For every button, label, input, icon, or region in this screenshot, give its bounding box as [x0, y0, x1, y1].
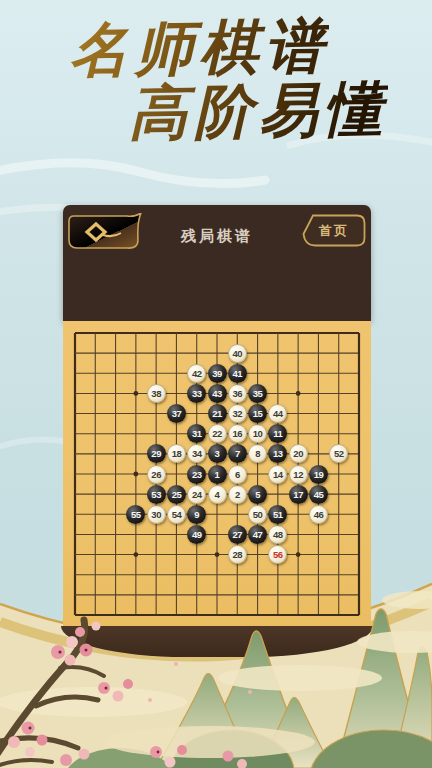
stone-38: 38: [147, 384, 166, 403]
stone-40: 40: [228, 344, 247, 363]
stone-36: 36: [228, 384, 247, 403]
stone-7: 7: [228, 444, 247, 463]
stone-30: 30: [147, 505, 166, 524]
board-base: [61, 626, 373, 657]
stone-3: 3: [208, 444, 227, 463]
stone-21: 21: [208, 404, 227, 423]
stone-2: 2: [228, 485, 247, 504]
stone-4: 4: [208, 485, 227, 504]
stone-39: 39: [208, 364, 227, 383]
stone-5: 5: [248, 485, 267, 504]
stone-42: 42: [187, 364, 206, 383]
stone-53: 53: [147, 485, 166, 504]
stone-37: 37: [167, 404, 186, 423]
stone-17: 17: [289, 485, 308, 504]
stone-54: 54: [167, 505, 186, 524]
stone-16: 16: [228, 424, 247, 443]
stone-47: 47: [248, 525, 267, 544]
stone-43: 43: [208, 384, 227, 403]
stone-27: 27: [228, 525, 247, 544]
stone-29: 29: [147, 444, 166, 463]
stone-50: 50: [248, 505, 267, 524]
stone-28: 28: [228, 545, 247, 564]
app-screen: 名师棋谱 高阶易懂: [0, 0, 432, 768]
card-header: 残局棋谱 首页: [63, 205, 371, 321]
stone-24: 24: [187, 485, 206, 504]
stone-19: 19: [309, 465, 328, 484]
stone-55: 55: [126, 505, 145, 524]
hero-title-line2: 高阶易懂: [128, 77, 389, 145]
stone-1: 1: [208, 465, 227, 484]
stone-6: 6: [228, 465, 247, 484]
home-button-label: 首页: [302, 214, 366, 247]
stone-12: 12: [289, 465, 308, 484]
stone-23: 23: [187, 465, 206, 484]
stone-46: 46: [309, 505, 328, 524]
hero-title-line1: 名师棋谱: [69, 14, 330, 82]
stone-49: 49: [187, 525, 206, 544]
stone-15: 15: [248, 404, 267, 423]
stone-9: 9: [187, 505, 206, 524]
stone-33: 33: [187, 384, 206, 403]
stone-41: 41: [228, 364, 247, 383]
hero-title: 名师棋谱 高阶易懂: [0, 12, 432, 147]
home-button[interactable]: 首页: [302, 214, 366, 247]
stone-25: 25: [167, 485, 186, 504]
stone-32: 32: [228, 404, 247, 423]
stone-14: 14: [268, 465, 287, 484]
stone-20: 20: [289, 444, 308, 463]
gomoku-board[interactable]: 1234567891011121314151617181920212223242…: [63, 321, 371, 627]
stone-26: 26: [147, 465, 166, 484]
stone-35: 35: [248, 384, 267, 403]
stone-51: 51: [268, 505, 287, 524]
record-card: 残局棋谱 首页 12345678910111213141516171819202…: [63, 205, 371, 661]
stone-45: 45: [309, 485, 328, 504]
stone-22: 22: [208, 424, 227, 443]
